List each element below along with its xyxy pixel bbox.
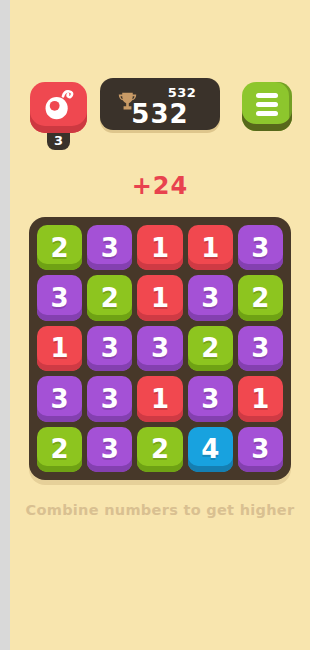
score-gain-popup: +24 <box>10 172 310 200</box>
tile-r3c5-value-3[interactable]: 3 <box>238 326 283 371</box>
tile-r5c4-value-4[interactable]: 4 <box>188 427 233 472</box>
tile-r2c5-value-2[interactable]: 2 <box>238 275 283 320</box>
menu-button[interactable] <box>242 82 292 131</box>
tile-r3c3-value-3[interactable]: 3 <box>137 326 182 371</box>
game-screen: 3 532 532 +24 2311332132133233313123243 … <box>10 0 310 650</box>
game-board: 2311332132133233313123243 <box>29 217 291 480</box>
current-score: 532 <box>100 99 220 129</box>
tile-r1c2-value-3[interactable]: 3 <box>87 225 132 270</box>
tile-r5c5-value-3[interactable]: 3 <box>238 427 283 472</box>
hint-text: Combine numbers to get higher <box>10 502 310 518</box>
tile-r2c2-value-2[interactable]: 2 <box>87 275 132 320</box>
tile-r4c5-value-1[interactable]: 1 <box>238 376 283 421</box>
tile-r4c4-value-3[interactable]: 3 <box>188 376 233 421</box>
tile-r4c2-value-3[interactable]: 3 <box>87 376 132 421</box>
tile-r4c1-value-3[interactable]: 3 <box>37 376 82 421</box>
best-score: 532 <box>154 85 210 100</box>
score-panel: 532 532 <box>100 78 220 130</box>
tile-r2c1-value-3[interactable]: 3 <box>37 275 82 320</box>
bomb-booster-button[interactable] <box>30 82 87 133</box>
tile-r5c2-value-3[interactable]: 3 <box>87 427 132 472</box>
tile-r4c3-value-1[interactable]: 1 <box>137 376 182 421</box>
bomb-icon <box>39 89 79 127</box>
tile-r1c5-value-3[interactable]: 3 <box>238 225 283 270</box>
tile-r3c1-value-1[interactable]: 1 <box>37 326 82 371</box>
tile-r1c3-value-1[interactable]: 1 <box>137 225 182 270</box>
tile-r3c4-value-2[interactable]: 2 <box>188 326 233 371</box>
tile-r1c1-value-2[interactable]: 2 <box>37 225 82 270</box>
bomb-count: 3 <box>54 133 63 148</box>
tile-r3c2-value-3[interactable]: 3 <box>87 326 132 371</box>
tile-r5c1-value-2[interactable]: 2 <box>37 427 82 472</box>
tile-r2c3-value-1[interactable]: 1 <box>137 275 182 320</box>
hamburger-menu-icon <box>256 93 278 116</box>
tile-r2c4-value-3[interactable]: 3 <box>188 275 233 320</box>
tile-r1c4-value-1[interactable]: 1 <box>188 225 233 270</box>
tile-r5c3-value-2[interactable]: 2 <box>137 427 182 472</box>
